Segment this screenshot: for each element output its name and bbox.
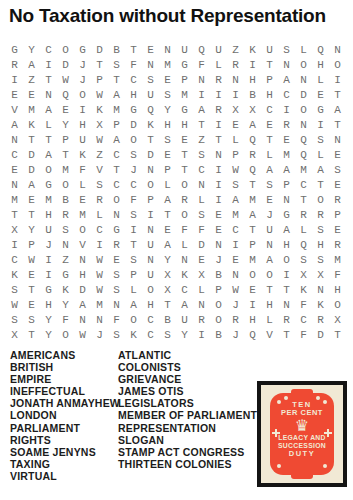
- grid-cell: A: [23, 177, 40, 192]
- grid-cell: F: [74, 162, 91, 177]
- grid-cell: Q: [244, 132, 261, 147]
- grid-cell: H: [261, 87, 278, 102]
- grid-cell: I: [329, 72, 346, 87]
- grid-cell: Y: [57, 297, 74, 312]
- grid-cell: H: [278, 237, 295, 252]
- grid-cell: I: [6, 72, 23, 87]
- grid-cell: I: [244, 57, 261, 72]
- grid-cell: L: [295, 42, 312, 57]
- grid-cell: M: [329, 252, 346, 267]
- grid-cell: U: [142, 87, 159, 102]
- grid-cell: O: [312, 192, 329, 207]
- grid-cell: V: [261, 327, 278, 342]
- grid-cell: B: [210, 267, 227, 282]
- grid-cell: U: [74, 132, 91, 147]
- grid-cell: P: [91, 72, 108, 87]
- grid-cell: T: [176, 162, 193, 177]
- grid-cell: J: [74, 72, 91, 87]
- grid-cell: A: [40, 102, 57, 117]
- grid-cell: W: [91, 282, 108, 297]
- grid-cell: M: [108, 102, 125, 117]
- grid-cell: N: [108, 297, 125, 312]
- grid-cell: S: [261, 177, 278, 192]
- grid-cell: O: [57, 327, 74, 342]
- grid-cell: K: [23, 117, 40, 132]
- grid-cell: R: [176, 192, 193, 207]
- grid-cell: T: [210, 132, 227, 147]
- grid-cell: A: [227, 192, 244, 207]
- grid-cell: I: [227, 87, 244, 102]
- grid-cell: X: [244, 102, 261, 117]
- grid-cell: W: [23, 252, 40, 267]
- grid-cell: G: [176, 57, 193, 72]
- grid-cell: G: [40, 177, 57, 192]
- grid-cell: O: [125, 312, 142, 327]
- grid-cell: T: [40, 72, 57, 87]
- grid-cell: H: [261, 297, 278, 312]
- grid-cell: O: [278, 252, 295, 267]
- grid-cell: W: [227, 162, 244, 177]
- grid-cell: R: [329, 192, 346, 207]
- grid-cell: O: [210, 312, 227, 327]
- grid-cell: Q: [295, 237, 312, 252]
- grid-cell: M: [244, 252, 261, 267]
- grid-cell: X: [6, 222, 23, 237]
- grid-cell: L: [159, 177, 176, 192]
- grid-cell: S: [125, 207, 142, 222]
- grid-cell: M: [159, 57, 176, 72]
- grid-cell: A: [329, 102, 346, 117]
- grid-cell: Q: [57, 87, 74, 102]
- grid-cell: P: [244, 237, 261, 252]
- grid-cell: D: [91, 42, 108, 57]
- grid-cell: S: [91, 177, 108, 192]
- grid-cell: Y: [176, 327, 193, 342]
- grid-cell: A: [159, 237, 176, 252]
- grid-cell: A: [244, 207, 261, 222]
- grid-cell: A: [176, 297, 193, 312]
- grid-cell: E: [142, 42, 159, 57]
- grid-cell: N: [193, 297, 210, 312]
- grid-cell: R: [329, 237, 346, 252]
- grid-cell: O: [74, 87, 91, 102]
- grid-cell: T: [159, 297, 176, 312]
- grid-cell: T: [244, 177, 261, 192]
- word-list-item: AMERICANS: [10, 349, 118, 361]
- grid-cell: C: [125, 72, 142, 87]
- word-list-item: JONATH ANMAYHEW: [10, 397, 118, 409]
- grid-cell: S: [278, 42, 295, 57]
- grid-cell: S: [108, 267, 125, 282]
- grid-cell: B: [244, 87, 261, 102]
- grid-cell: K: [6, 267, 23, 282]
- grid-cell: O: [142, 282, 159, 297]
- grid-cell: K: [74, 147, 91, 162]
- grid-cell: A: [193, 102, 210, 117]
- grid-cell: S: [108, 327, 125, 342]
- grid-cell: J: [227, 297, 244, 312]
- grid-cell: G: [6, 42, 23, 57]
- grid-cell: L: [74, 177, 91, 192]
- grid-cell: Q: [312, 42, 329, 57]
- grid-cell: T: [108, 72, 125, 87]
- grid-cell: R: [312, 312, 329, 327]
- grid-cell: T: [159, 207, 176, 222]
- grid-cell: N: [210, 237, 227, 252]
- grid-cell: S: [159, 132, 176, 147]
- grid-cell: T: [329, 327, 346, 342]
- grid-cell: O: [40, 162, 57, 177]
- word-list-item: VIRTUAL: [10, 470, 118, 482]
- grid-cell: E: [210, 207, 227, 222]
- grid-cell: I: [278, 102, 295, 117]
- grid-cell: P: [57, 132, 74, 147]
- grid-cell: Z: [227, 42, 244, 57]
- grid-cell: M: [6, 192, 23, 207]
- stamp-text-duty: DUTY: [270, 449, 334, 458]
- word-list-right: ATLANTICCOLONISTSGRIEVANCEJAMES OTISLEGI…: [118, 349, 257, 482]
- grid-cell: C: [142, 327, 159, 342]
- grid-cell: R: [295, 207, 312, 222]
- grid-cell: S: [312, 222, 329, 237]
- grid-cell: E: [278, 132, 295, 147]
- grid-cell: L: [261, 147, 278, 162]
- grid-cell: E: [23, 267, 40, 282]
- grid-cell: L: [40, 117, 57, 132]
- grid-cell: V: [74, 237, 91, 252]
- grid-cell: R: [108, 237, 125, 252]
- grid-cell: R: [210, 72, 227, 87]
- grid-cell: A: [6, 117, 23, 132]
- stamp-dot-bottom-right: [323, 464, 327, 468]
- grid-cell: Y: [57, 117, 74, 132]
- grid-cell: E: [23, 87, 40, 102]
- grid-cell: R: [244, 147, 261, 162]
- grid-cell: S: [193, 147, 210, 162]
- grid-cell: C: [108, 177, 125, 192]
- grid-cell: T: [278, 282, 295, 297]
- grid-cell: M: [57, 162, 74, 177]
- stamp-badge: TEN PER CENT ♛ LEGACY AND SUCCESSION DUT…: [270, 393, 334, 475]
- grid-cell: R: [278, 312, 295, 327]
- grid-cell: E: [23, 297, 40, 312]
- grid-cell: S: [312, 252, 329, 267]
- grid-cell: F: [57, 312, 74, 327]
- grid-cell: Q: [244, 327, 261, 342]
- grid-cell: X: [159, 282, 176, 297]
- grid-cell: O: [295, 102, 312, 117]
- word-list-item: LEGISLATORS: [118, 397, 257, 409]
- grid-cell: F: [125, 57, 142, 72]
- grid-cell: C: [125, 177, 142, 192]
- grid-cell: T: [23, 207, 40, 222]
- grid-cell: W: [91, 252, 108, 267]
- grid-cell: M: [227, 207, 244, 222]
- grid-cell: L: [125, 282, 142, 297]
- grid-cell: Y: [40, 312, 57, 327]
- grid-cell: G: [176, 102, 193, 117]
- grid-cell: K: [244, 42, 261, 57]
- grid-cell: D: [125, 117, 142, 132]
- grid-cell: D: [23, 147, 40, 162]
- grid-cell: I: [40, 267, 57, 282]
- grid-cell: N: [6, 132, 23, 147]
- grid-cell: I: [278, 267, 295, 282]
- grid-cell: I: [91, 237, 108, 252]
- grid-cell: E: [329, 177, 346, 192]
- grid-cell: H: [244, 312, 261, 327]
- grid-cell: X: [159, 267, 176, 282]
- grid-cell: N: [57, 237, 74, 252]
- grid-cell: S: [312, 132, 329, 147]
- grid-cell: H: [329, 282, 346, 297]
- grid-cell: T: [329, 117, 346, 132]
- grid-cell: T: [278, 327, 295, 342]
- grid-cell: C: [278, 87, 295, 102]
- grid-cell: P: [142, 192, 159, 207]
- grid-cell: T: [108, 162, 125, 177]
- grid-cell: G: [125, 102, 142, 117]
- grid-cell: F: [295, 297, 312, 312]
- grid-cell: K: [312, 297, 329, 312]
- grid-cell: N: [312, 282, 329, 297]
- grid-cell: U: [261, 42, 278, 57]
- grid-cell: J: [261, 207, 278, 222]
- grid-cell: C: [295, 312, 312, 327]
- grid-cell: I: [210, 87, 227, 102]
- grid-cell: J: [40, 237, 57, 252]
- grid-cell: N: [142, 252, 159, 267]
- grid-cell: N: [40, 87, 57, 102]
- grid-cell: W: [91, 267, 108, 282]
- stamp-text-succession: SUCCESSION: [270, 442, 334, 450]
- grid-cell: Y: [23, 222, 40, 237]
- grid-cell: S: [108, 57, 125, 72]
- grid-cell: H: [40, 207, 57, 222]
- grid-cell: T: [6, 207, 23, 222]
- grid-cell: R: [193, 312, 210, 327]
- grid-cell: T: [125, 42, 142, 57]
- grid-cell: O: [295, 57, 312, 72]
- grid-cell: Z: [57, 252, 74, 267]
- grid-cell: M: [176, 87, 193, 102]
- grid-cell: S: [142, 72, 159, 87]
- grid-cell: S: [227, 177, 244, 192]
- grid-cell: L: [312, 147, 329, 162]
- grid-cell: G: [108, 222, 125, 237]
- grid-cell: C: [91, 222, 108, 237]
- grid-cell: G: [40, 282, 57, 297]
- grid-cell: L: [91, 207, 108, 222]
- grid-cell: X: [295, 267, 312, 282]
- grid-cell: K: [91, 102, 108, 117]
- grid-cell: O: [176, 207, 193, 222]
- word-list-item: PARLIAMENT: [10, 422, 118, 434]
- grid-cell: A: [23, 57, 40, 72]
- grid-cell: N: [227, 72, 244, 87]
- grid-cell: N: [278, 57, 295, 72]
- grid-cell: L: [193, 192, 210, 207]
- grid-cell: S: [108, 282, 125, 297]
- grid-cell: T: [23, 132, 40, 147]
- grid-cell: Y: [159, 102, 176, 117]
- grid-cell: R: [91, 192, 108, 207]
- grid-cell: F: [108, 312, 125, 327]
- grid-cell: H: [312, 237, 329, 252]
- grid-cell: C: [6, 147, 23, 162]
- grid-cell: U: [210, 42, 227, 57]
- grid-cell: U: [142, 237, 159, 252]
- grid-cell: L: [210, 57, 227, 72]
- grid-cell: N: [108, 207, 125, 222]
- grid-cell: T: [142, 132, 159, 147]
- grid-cell: C: [227, 222, 244, 237]
- stamp-dot-top-center-left: [284, 396, 288, 400]
- grid-cell: P: [278, 177, 295, 192]
- grid-cell: H: [142, 297, 159, 312]
- grid-cell: C: [295, 177, 312, 192]
- grid-cell: E: [159, 222, 176, 237]
- grid-cell: E: [210, 222, 227, 237]
- grid-cell: A: [261, 252, 278, 267]
- grid-cell: X: [329, 312, 346, 327]
- grid-cell: T: [312, 177, 329, 192]
- grid-cell: K: [295, 282, 312, 297]
- stamp-dot-top-left: [277, 400, 281, 404]
- grid-cell: B: [159, 312, 176, 327]
- grid-cell: X: [227, 102, 244, 117]
- grid-cell: R: [6, 57, 23, 72]
- grid-cell: E: [74, 192, 91, 207]
- grid-cell: E: [176, 132, 193, 147]
- grid-cell: M: [278, 147, 295, 162]
- grid-cell: O: [74, 222, 91, 237]
- grid-cell: G: [57, 267, 74, 282]
- grid-cell: U: [176, 42, 193, 57]
- word-list-item: GRIEVANCE: [118, 373, 257, 385]
- grid-cell: G: [278, 207, 295, 222]
- grid-cell: S: [6, 282, 23, 297]
- grid-cell: J: [210, 252, 227, 267]
- grid-cell: O: [108, 192, 125, 207]
- grid-cell: I: [227, 237, 244, 252]
- grid-cell: H: [312, 57, 329, 72]
- grid-cell: Q: [295, 147, 312, 162]
- grid-cell: G: [312, 102, 329, 117]
- grid-cell: S: [159, 327, 176, 342]
- grid-cell: N: [74, 312, 91, 327]
- grid-cell: L: [312, 72, 329, 87]
- grid-cell: M: [74, 207, 91, 222]
- grid-cell: W: [6, 297, 23, 312]
- grid-cell: A: [244, 117, 261, 132]
- grid-cell: E: [261, 192, 278, 207]
- grid-cell: H: [74, 117, 91, 132]
- grid-cell: I: [210, 192, 227, 207]
- grid-cell: S: [193, 207, 210, 222]
- grid-cell: V: [6, 102, 23, 117]
- grid-cell: Z: [91, 147, 108, 162]
- grid-cell: F: [125, 192, 142, 207]
- grid-cell: A: [125, 297, 142, 312]
- grid-cell: T: [261, 57, 278, 72]
- grid-cell: M: [40, 192, 57, 207]
- grid-cell: D: [295, 87, 312, 102]
- grid-cell: T: [125, 237, 142, 252]
- grid-cell: X: [6, 327, 23, 342]
- grid-cell: K: [57, 282, 74, 297]
- grid-cell: R: [57, 207, 74, 222]
- grid-cell: O: [125, 132, 142, 147]
- grid-cell: D: [23, 162, 40, 177]
- grid-cell: W: [57, 72, 74, 87]
- grid-cell: X: [91, 117, 108, 132]
- grid-cell: M: [244, 192, 261, 207]
- grid-cell: P: [210, 282, 227, 297]
- grid-cell: E: [244, 282, 261, 297]
- grid-cell: S: [125, 252, 142, 267]
- grid-cell: I: [210, 117, 227, 132]
- grid-cell: N: [329, 132, 346, 147]
- word-list-item: SOAME JENYNS: [10, 446, 118, 458]
- grid-cell: D: [193, 237, 210, 252]
- grid-cell: M: [91, 297, 108, 312]
- stamp-badge-bottom-tab: [291, 473, 313, 479]
- grid-cell: A: [278, 72, 295, 87]
- grid-cell: S: [23, 312, 40, 327]
- grid-cell: S: [6, 312, 23, 327]
- grid-cell: Y: [159, 252, 176, 267]
- word-list-item: TAXING: [10, 458, 118, 470]
- grid-cell: N: [193, 177, 210, 192]
- grid-cell: L: [193, 282, 210, 297]
- stamp-dot-bottom-left: [277, 464, 281, 468]
- grid-cell: H: [40, 297, 57, 312]
- word-list-item: REPRESENTATION: [118, 422, 257, 434]
- grid-cell: E: [312, 87, 329, 102]
- stamp-ornament-cross-right: [324, 432, 332, 434]
- grid-cell: D: [312, 327, 329, 342]
- grid-cell: F: [295, 327, 312, 342]
- word-list-item: BRITISH: [10, 361, 118, 373]
- grid-cell: F: [193, 57, 210, 72]
- word-list-item: SLOGAN: [118, 434, 257, 446]
- grid-cell: E: [159, 147, 176, 162]
- grid-cell: I: [244, 297, 261, 312]
- grid-cell: X: [312, 267, 329, 282]
- grid-cell: C: [176, 282, 193, 297]
- grid-cell: N: [329, 42, 346, 57]
- grid-cell: U: [142, 267, 159, 282]
- grid-cell: H: [74, 267, 91, 282]
- grid-cell: E: [227, 117, 244, 132]
- grid-cell: R: [278, 117, 295, 132]
- grid-cell: S: [125, 147, 142, 162]
- grid-cell: D: [142, 147, 159, 162]
- grid-cell: E: [108, 252, 125, 267]
- grid-cell: T: [176, 147, 193, 162]
- grid-cell: N: [176, 252, 193, 267]
- grid-cell: T: [57, 147, 74, 162]
- grid-cell: H: [176, 117, 193, 132]
- grid-cell: Q: [142, 102, 159, 117]
- word-list-left: AMERICANSBRITISHEMPIREINEFFECTUALJONATH …: [10, 349, 118, 482]
- stamp-text-legacy-and: LEGACY AND: [270, 434, 334, 442]
- grid-cell: N: [278, 297, 295, 312]
- word-list-item: STAMP ACT CONGRESS: [118, 446, 257, 458]
- grid-cell: U: [40, 222, 57, 237]
- word-list-item: ATLANTIC: [118, 349, 257, 361]
